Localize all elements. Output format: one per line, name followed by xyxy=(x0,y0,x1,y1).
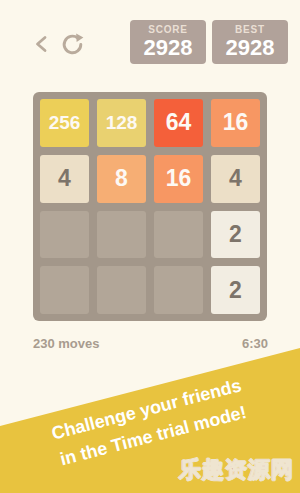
tile-64-r1c3: 64 xyxy=(154,99,203,147)
tile-value: 16 xyxy=(166,165,192,192)
cell-empty-r4c3 xyxy=(154,266,203,314)
restart-button[interactable] xyxy=(59,31,86,58)
watermark-text: 乐趣资源网 xyxy=(179,455,294,485)
timer: 6:30 xyxy=(242,336,268,351)
board[interactable]: 25612864164816422 xyxy=(33,92,267,321)
back-button[interactable] xyxy=(34,35,49,53)
tile-16-r1c4: 16 xyxy=(211,99,260,147)
chevron-left-icon xyxy=(34,41,49,56)
tile-256-r1c1: 256 xyxy=(40,99,89,147)
cell-empty-r4c1 xyxy=(40,266,89,314)
tile-value: 256 xyxy=(49,112,81,134)
tile-value: 2 xyxy=(229,221,242,248)
tile-value: 64 xyxy=(166,109,192,136)
tile-2-r4c4: 2 xyxy=(211,266,260,314)
tile-value: 4 xyxy=(229,165,242,192)
moves-counter: 230 moves xyxy=(33,336,100,351)
game-screen: SCORE 2928 BEST 2928 25612864164816422 2… xyxy=(0,0,300,493)
tile-value: 2 xyxy=(229,277,242,304)
best-box: BEST 2928 xyxy=(212,20,288,64)
tile-value: 4 xyxy=(58,165,71,192)
cell-empty-r3c1 xyxy=(40,211,89,259)
cell-empty-r3c3 xyxy=(154,211,203,259)
best-value: 2928 xyxy=(226,36,275,60)
score-box: SCORE 2928 xyxy=(130,20,206,64)
tile-value: 8 xyxy=(115,165,128,192)
tile-value: 16 xyxy=(223,109,249,136)
cell-empty-r3c2 xyxy=(97,211,146,259)
score-value: 2928 xyxy=(144,36,193,60)
tile-value: 128 xyxy=(106,112,138,134)
tile-128-r1c2: 128 xyxy=(97,99,146,147)
tile-8-r2c2: 8 xyxy=(97,155,146,203)
cell-empty-r4c2 xyxy=(97,266,146,314)
restart-icon xyxy=(59,46,86,61)
status-row: 230 moves 6:30 xyxy=(33,336,268,351)
tile-2-r3c4: 2 xyxy=(211,211,260,259)
tile-4-r2c4: 4 xyxy=(211,155,260,203)
tile-4-r2c1: 4 xyxy=(40,155,89,203)
tile-16-r2c3: 16 xyxy=(154,155,203,203)
